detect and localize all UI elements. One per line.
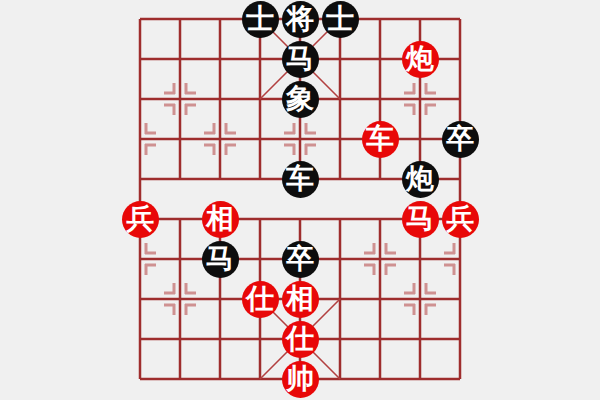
piece-red-soldier-right[interactable]: 兵	[442, 201, 479, 238]
piece-red-horse[interactable]: 马	[402, 201, 439, 238]
piece-black-soldier-center[interactable]: 卒	[282, 241, 319, 278]
piece-red-soldier-left[interactable]: 兵	[122, 201, 159, 238]
piece-red-elephant-left[interactable]: 相	[202, 201, 239, 238]
piece-red-elephant-center[interactable]: 相	[282, 281, 319, 318]
piece-red-general[interactable]: 帅	[282, 361, 319, 398]
piece-black-advisor-right[interactable]: 士	[322, 1, 359, 38]
piece-red-advisor-center[interactable]: 仕	[282, 321, 319, 358]
piece-black-horse-center[interactable]: 马	[282, 41, 319, 78]
piece-black-advisor-left[interactable]: 士	[242, 1, 279, 38]
piece-black-soldier-edge[interactable]: 卒	[442, 121, 479, 158]
piece-black-elephant-center[interactable]: 象	[282, 81, 319, 118]
piece-red-chariot[interactable]: 车	[362, 121, 399, 158]
piece-red-cannon[interactable]: 炮	[402, 41, 439, 78]
xiangqi-board[interactable]: 士将士马炮象车卒车炮兵相马兵马卒仕相仕帅	[120, 0, 480, 399]
piece-black-chariot[interactable]: 车	[282, 161, 319, 198]
piece-black-cannon[interactable]: 炮	[402, 161, 439, 198]
piece-black-general[interactable]: 将	[282, 1, 319, 38]
piece-black-horse-left[interactable]: 马	[202, 241, 239, 278]
xiangqi-app: 士将士马炮象车卒车炮兵相马兵马卒仕相仕帅	[0, 0, 600, 400]
piece-red-advisor-left[interactable]: 仕	[242, 281, 279, 318]
